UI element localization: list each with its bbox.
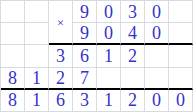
cell-r4c3: 3 <box>73 90 97 112</box>
cell-r2c4: 1 <box>97 45 121 67</box>
cell-r4c0: 8 <box>1 90 25 112</box>
cell-r3c6 <box>145 68 169 90</box>
cell-r3c3: 7 <box>73 68 97 90</box>
cell-r1c6: 0 <box>145 23 169 45</box>
cell-r3c2: 2 <box>49 68 73 90</box>
cell-r2c0 <box>1 45 25 67</box>
cell-r0c0 <box>1 1 25 23</box>
multiplication-grid: × 9 0 3 0 9 0 4 0 3 6 1 2 8 1 2 7 8 1 6 … <box>0 0 193 112</box>
cell-r1c5: 4 <box>121 23 145 45</box>
cell-r3c5 <box>121 68 145 90</box>
cell-r1c7 <box>169 23 193 45</box>
cell-r3c4 <box>97 68 121 90</box>
cell-r1c4: 0 <box>97 23 121 45</box>
cell-r2c2: 3 <box>49 45 73 67</box>
cell-r0c1 <box>25 1 49 23</box>
cell-r0c3: 9 <box>73 1 97 23</box>
cell-r4c1: 1 <box>25 90 49 112</box>
cell-r4c7: 0 <box>169 90 193 112</box>
cell-r2c3: 6 <box>73 45 97 67</box>
cell-r2c5: 2 <box>121 45 145 67</box>
cell-r1c1 <box>25 23 49 45</box>
cell-r3c0: 8 <box>1 68 25 90</box>
cell-r0c5: 3 <box>121 1 145 23</box>
cell-r3c1: 1 <box>25 68 49 90</box>
cell-r0c7 <box>169 1 193 23</box>
cell-r0c4: 0 <box>97 1 121 23</box>
cell-r4c5: 2 <box>121 90 145 112</box>
cell-r2c7 <box>169 45 193 67</box>
cell-r1c0 <box>1 23 25 45</box>
cell-r4c2: 6 <box>49 90 73 112</box>
cell-r4c4: 1 <box>97 90 121 112</box>
cell-r2c1 <box>25 45 49 67</box>
cell-r1c3: 9 <box>73 23 97 45</box>
cell-r4c6: 0 <box>145 90 169 112</box>
cell-r3c7 <box>169 68 193 90</box>
cell-r2c6 <box>145 45 169 67</box>
multiply-sign-cell: × <box>49 1 73 45</box>
cell-r0c6: 0 <box>145 1 169 23</box>
